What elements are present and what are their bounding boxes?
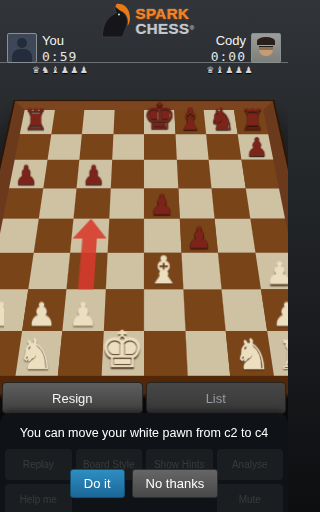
square-d7[interactable] bbox=[112, 134, 144, 160]
sparkchess-logo: SPARK CHESS® bbox=[93, 1, 194, 41]
square-b7[interactable] bbox=[47, 134, 82, 160]
square-b3[interactable] bbox=[28, 252, 70, 289]
square-g7[interactable] bbox=[206, 134, 241, 160]
square-e2[interactable] bbox=[144, 289, 185, 330]
list-button[interactable]: List bbox=[146, 382, 287, 414]
white-king-d1[interactable]: ♚ bbox=[100, 325, 145, 376]
square-f4[interactable]: ♟ bbox=[179, 219, 218, 253]
black-king-e8[interactable]: ♚ bbox=[143, 97, 176, 133]
square-b6[interactable] bbox=[43, 160, 80, 188]
square-b1[interactable]: ♞ bbox=[15, 330, 63, 375]
square-e8[interactable]: ♚ bbox=[144, 110, 175, 134]
square-a4[interactable] bbox=[0, 219, 38, 253]
player-name-cody: Cody bbox=[211, 33, 246, 48]
player-clock-you: 0:59 bbox=[42, 49, 77, 64]
square-e5[interactable]: ♟ bbox=[144, 188, 179, 219]
player-panel-cody: Cody 0:00 bbox=[211, 33, 281, 64]
square-b8[interactable] bbox=[51, 110, 84, 134]
black-pawn-h7[interactable]: ♟ bbox=[246, 134, 269, 160]
game-toolbar: Resign List bbox=[2, 382, 286, 414]
square-h4[interactable] bbox=[250, 219, 288, 253]
white-pawn-a2[interactable]: ♟ bbox=[0, 298, 16, 330]
square-e3[interactable]: ♝ bbox=[144, 252, 183, 289]
captured-pieces-you: ♛♞♝♟♟♟ bbox=[32, 65, 89, 75]
square-f2[interactable] bbox=[183, 289, 226, 330]
square-b2[interactable]: ♟ bbox=[22, 289, 67, 330]
square-b5[interactable] bbox=[38, 188, 76, 219]
square-d8[interactable] bbox=[113, 110, 144, 134]
black-pawn-f4[interactable]: ♟ bbox=[186, 223, 212, 252]
player-clock-cody: 0:00 bbox=[211, 49, 246, 64]
square-h6[interactable] bbox=[241, 160, 279, 188]
white-bishop-e3[interactable]: ♝ bbox=[146, 251, 180, 289]
white-pawn-c2[interactable]: ♟ bbox=[68, 298, 97, 330]
square-g5[interactable] bbox=[211, 188, 249, 219]
knight-logo-icon bbox=[93, 1, 133, 41]
no-thanks-button[interactable]: No thanks bbox=[132, 469, 219, 498]
black-pawn-a6[interactable]: ♟ bbox=[14, 161, 38, 188]
square-h5[interactable] bbox=[245, 188, 285, 219]
chess-board[interactable]: ♜♚♝♞♜♟♟♟♟♟♝♟♟♟♟♟♜♞♚♞♜ bbox=[0, 101, 288, 394]
square-f3[interactable] bbox=[181, 252, 222, 289]
resign-button[interactable]: Resign bbox=[2, 382, 143, 414]
square-c6[interactable]: ♟ bbox=[77, 160, 112, 188]
captured-pieces-cody: ♛♝♟♟♟ bbox=[206, 65, 254, 75]
square-h7[interactable]: ♟ bbox=[237, 134, 273, 160]
square-f5[interactable] bbox=[178, 188, 215, 219]
player-panel-you: You 0:59 bbox=[7, 33, 77, 64]
square-h8[interactable]: ♜ bbox=[234, 110, 269, 134]
silhouette-body bbox=[12, 49, 32, 63]
square-d6[interactable] bbox=[110, 160, 144, 188]
hint-actions: Do it No thanks bbox=[0, 469, 288, 498]
square-g2[interactable] bbox=[222, 289, 267, 330]
white-pawn-h3[interactable]: ♟ bbox=[266, 259, 288, 290]
black-bishop-f8[interactable]: ♝ bbox=[177, 103, 204, 134]
square-g6[interactable] bbox=[209, 160, 246, 188]
square-c1[interactable] bbox=[58, 330, 103, 375]
square-a8[interactable]: ♜ bbox=[20, 110, 55, 134]
registered-mark: ® bbox=[190, 25, 195, 31]
white-knight-g1[interactable]: ♞ bbox=[233, 333, 271, 375]
square-c8[interactable] bbox=[82, 110, 114, 134]
square-f6[interactable] bbox=[176, 160, 211, 188]
black-pawn-e5[interactable]: ♟ bbox=[149, 191, 174, 219]
square-d1[interactable]: ♚ bbox=[101, 330, 144, 375]
square-e1[interactable] bbox=[144, 330, 187, 375]
logo-word-chess: CHESS® bbox=[135, 21, 194, 36]
square-e7[interactable] bbox=[144, 134, 176, 160]
do-it-button[interactable]: Do it bbox=[70, 469, 125, 498]
board-scene: ♜♚♝♞♜♟♟♟♟♟♝♟♟♟♟♟♜♞♚♞♜ bbox=[6, 88, 282, 388]
square-c7[interactable] bbox=[79, 134, 113, 160]
square-f1[interactable] bbox=[185, 330, 230, 375]
cody-avatar[interactable] bbox=[251, 33, 281, 63]
square-f7[interactable] bbox=[175, 134, 209, 160]
square-a5[interactable] bbox=[3, 188, 43, 219]
silhouette-head bbox=[17, 38, 27, 48]
square-g8[interactable]: ♞ bbox=[204, 110, 237, 134]
square-g1[interactable]: ♞ bbox=[226, 330, 274, 375]
black-rook-h8[interactable]: ♜ bbox=[240, 105, 266, 134]
logo-word-spark: SPARK bbox=[135, 6, 194, 21]
square-c5[interactable] bbox=[73, 188, 110, 219]
hint-message: You can move your white pawn from c2 to … bbox=[16, 424, 272, 443]
square-f8[interactable]: ♝ bbox=[174, 110, 206, 134]
square-d3[interactable] bbox=[105, 252, 144, 289]
square-e6[interactable] bbox=[144, 160, 178, 188]
white-knight-b1[interactable]: ♞ bbox=[17, 333, 55, 375]
white-rook-h1[interactable]: ♜ bbox=[277, 336, 288, 376]
avatar-hair bbox=[257, 37, 275, 45]
black-rook-a8[interactable]: ♜ bbox=[23, 105, 49, 134]
white-rook-a1[interactable]: ♜ bbox=[0, 336, 11, 376]
you-avatar[interactable] bbox=[7, 33, 37, 63]
square-a7[interactable] bbox=[15, 134, 51, 160]
square-g4[interactable] bbox=[215, 219, 255, 253]
square-a6[interactable]: ♟ bbox=[9, 160, 47, 188]
square-d5[interactable] bbox=[109, 188, 144, 219]
player-name-you: You bbox=[42, 33, 77, 48]
square-b4[interactable] bbox=[33, 219, 73, 253]
square-h3[interactable]: ♟ bbox=[255, 252, 288, 289]
hint-panel: Replay Board Style Show Hints Analyse He… bbox=[0, 413, 288, 512]
white-pawn-h2[interactable]: ♟ bbox=[272, 298, 288, 330]
square-d4[interactable] bbox=[107, 219, 144, 253]
white-pawn-b2[interactable]: ♟ bbox=[27, 298, 56, 330]
avatar-glasses bbox=[259, 46, 273, 50]
square-g3[interactable] bbox=[218, 252, 260, 289]
black-knight-g8[interactable]: ♞ bbox=[208, 103, 235, 134]
black-pawn-c6[interactable]: ♟ bbox=[81, 161, 105, 188]
